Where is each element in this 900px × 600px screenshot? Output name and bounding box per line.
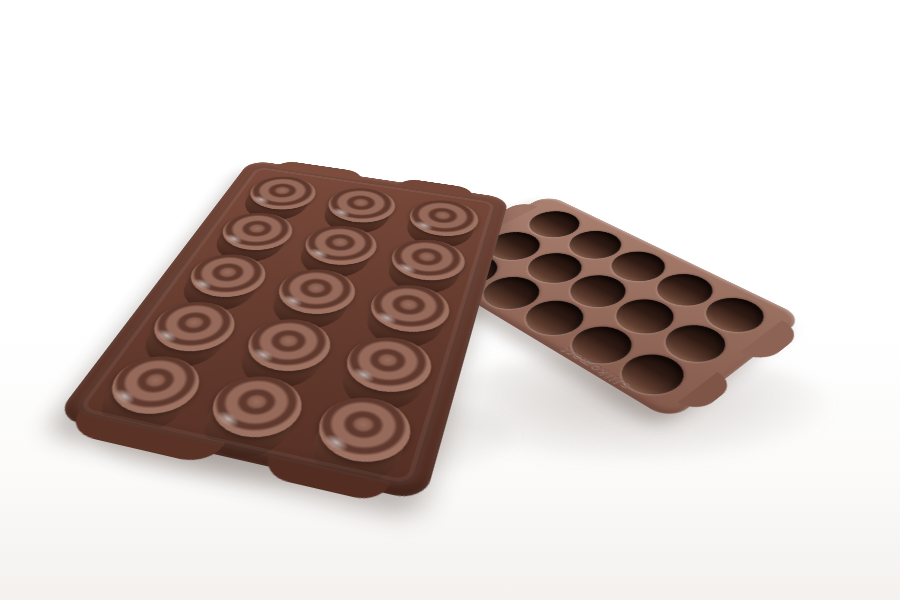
swirl-bump — [179, 249, 275, 302]
swirl-bump — [268, 264, 363, 320]
swirl-bump — [212, 209, 301, 256]
swirl-bump — [199, 370, 313, 446]
swirl-bump — [241, 173, 324, 214]
swirl-bump — [236, 313, 340, 378]
swirl-bump — [296, 222, 384, 271]
swirl-bump — [404, 196, 484, 241]
swirl-bump — [337, 331, 438, 399]
bump-side-mold — [158, 52, 476, 530]
swirl-bump — [363, 280, 456, 339]
swirl-bump — [320, 184, 401, 227]
swirl-bump — [308, 391, 419, 471]
product-photo: silikomart — [0, 0, 900, 600]
swirl-bump — [96, 350, 212, 422]
swirl-bump — [385, 235, 471, 286]
swirl-bump — [141, 296, 246, 358]
front-mold-plate — [54, 160, 509, 502]
